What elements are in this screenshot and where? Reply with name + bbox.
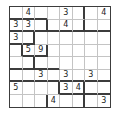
- grid-cell-r5c2[interactable]: [23, 57, 36, 70]
- grid-cell-r3c5[interactable]: [60, 32, 73, 45]
- grid-cell-r1c1[interactable]: [10, 7, 23, 20]
- grid-cell-r2c5-clue[interactable]: 4: [60, 20, 73, 33]
- grid-cell-r8c7[interactable]: [85, 95, 98, 108]
- grid-cell-r4c2-clue[interactable]: 5: [23, 45, 36, 58]
- grid-cell-r1c4[interactable]: [48, 7, 61, 20]
- grid-cell-r7c4[interactable]: [48, 82, 61, 95]
- grid-cell-r8c3[interactable]: [35, 95, 48, 108]
- grid-cell-r3c1-clue[interactable]: 3: [10, 32, 23, 45]
- grid-cell-r1c8-clue[interactable]: 4: [98, 7, 111, 20]
- grid-cell-r6c2[interactable]: [23, 70, 36, 83]
- grid-cell-r7c7[interactable]: [85, 82, 98, 95]
- grid-cell-r4c4[interactable]: [48, 45, 61, 58]
- grid-cell-r7c2[interactable]: [23, 82, 36, 95]
- grid-cell-r3c6[interactable]: [73, 32, 86, 45]
- grid-cell-r8c2[interactable]: [23, 95, 36, 108]
- grid-cell-r3c3[interactable]: [35, 32, 48, 45]
- grid-cell-r3c4[interactable]: [48, 32, 61, 45]
- grid-cell-r6c7-clue[interactable]: 3: [85, 70, 98, 83]
- grid-cell-r7c8[interactable]: [98, 82, 111, 95]
- puzzle-board: 43433435933353443: [9, 6, 111, 108]
- grid-cell-r4c3-clue[interactable]: 9: [35, 45, 48, 58]
- grid-cell-r5c5[interactable]: [60, 57, 73, 70]
- grid-cell-r5c8[interactable]: [98, 57, 111, 70]
- grid-cell-r1c6[interactable]: [73, 7, 86, 20]
- grid-cell-r2c8[interactable]: [98, 20, 111, 33]
- grid-cell-r4c8[interactable]: [98, 45, 111, 58]
- puzzle-screenshot: { "game": "suguru-fillomino-style 8x8 nu…: [0, 0, 120, 114]
- grid-cell-r6c3-clue[interactable]: 3: [35, 70, 48, 83]
- grid-cell-r8c8-clue[interactable]: 3: [98, 95, 111, 108]
- grid-cell-r5c7[interactable]: [85, 57, 98, 70]
- grid-cell-r4c1[interactable]: [10, 45, 23, 58]
- grid-cell-r7c6-clue[interactable]: 4: [73, 82, 86, 95]
- grid-cell-r1c7[interactable]: [85, 7, 98, 20]
- grid-cell-r1c3[interactable]: [35, 7, 48, 20]
- grid-cell-r6c4[interactable]: [48, 70, 61, 83]
- grid-cell-r6c6[interactable]: [73, 70, 86, 83]
- grid-cell-r8c5[interactable]: [60, 95, 73, 108]
- grid-cell-r4c6[interactable]: [73, 45, 86, 58]
- grid-cell-r2c1-clue[interactable]: 3: [10, 20, 23, 33]
- grid-cell-r4c5[interactable]: [60, 45, 73, 58]
- grid-cell-r5c1[interactable]: [10, 57, 23, 70]
- grid-cell-r8c4-clue[interactable]: 4: [48, 95, 61, 108]
- grid-cell-r7c5-clue[interactable]: 3: [60, 82, 73, 95]
- grid-cell-r1c5-clue[interactable]: 3: [60, 7, 73, 20]
- grid-cell-r1c2-clue[interactable]: 4: [23, 7, 36, 20]
- grid-cell-r7c3[interactable]: [35, 82, 48, 95]
- grid-cell-r5c4[interactable]: [48, 57, 61, 70]
- grid-cell-r8c1[interactable]: [10, 95, 23, 108]
- grid-cell-r5c6[interactable]: [73, 57, 86, 70]
- grid-cell-r3c7[interactable]: [85, 32, 98, 45]
- grid-cell-r6c8[interactable]: [98, 70, 111, 83]
- grid-cell-r8c6[interactable]: [73, 95, 86, 108]
- grid-cell-r2c6[interactable]: [73, 20, 86, 33]
- grid-cell-r2c2-clue[interactable]: 3: [23, 20, 36, 33]
- grid-cell-r3c8[interactable]: [98, 32, 111, 45]
- grid-cell-r7c1-clue[interactable]: 5: [10, 82, 23, 95]
- grid-cell-r5c3[interactable]: [35, 57, 48, 70]
- grid-cell-r6c1[interactable]: [10, 70, 23, 83]
- grid-cell-r2c3[interactable]: [35, 20, 48, 33]
- grid-cell-r6c5-clue[interactable]: 3: [60, 70, 73, 83]
- grid-cell-r2c4[interactable]: [48, 20, 61, 33]
- grid-cell-r3c2[interactable]: [23, 32, 36, 45]
- grid-cell-r4c7[interactable]: [85, 45, 98, 58]
- grid-cell-r2c7[interactable]: [85, 20, 98, 33]
